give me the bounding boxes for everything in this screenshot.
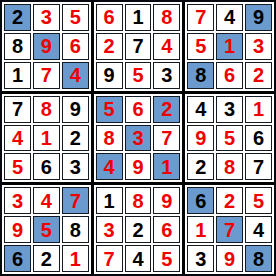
cell-r6c3[interactable]: 3 <box>62 153 89 180</box>
cell-r9c6[interactable]: 5 <box>153 245 180 272</box>
cell-r1c9[interactable]: 9 <box>245 4 272 31</box>
cell-r8c9[interactable]: 4 <box>245 216 272 243</box>
cell-r2c5[interactable]: 7 <box>125 33 152 60</box>
cell-r6c9[interactable]: 7 <box>245 153 272 180</box>
box-2-3: 431956287 <box>185 94 274 183</box>
cell-r9c8[interactable]: 9 <box>216 245 243 272</box>
cell-r5c8[interactable]: 5 <box>216 125 243 152</box>
cell-r5c5[interactable]: 3 <box>125 125 152 152</box>
cell-r2c2[interactable]: 9 <box>33 33 60 60</box>
cell-r8c7[interactable]: 1 <box>187 216 214 243</box>
cell-r8c1[interactable]: 9 <box>4 216 31 243</box>
cell-r4c5[interactable]: 6 <box>125 96 152 123</box>
cell-r4c7[interactable]: 4 <box>187 96 214 123</box>
cell-r3c2[interactable]: 7 <box>33 62 60 89</box>
cell-r5c6[interactable]: 7 <box>153 125 180 152</box>
cell-r3c9[interactable]: 2 <box>245 62 272 89</box>
box-3-2: 189326745 <box>94 185 183 274</box>
cell-r9c9[interactable]: 8 <box>245 245 272 272</box>
cell-r9c3[interactable]: 1 <box>62 245 89 272</box>
cell-r9c5[interactable]: 4 <box>125 245 152 272</box>
cell-r9c1[interactable]: 6 <box>4 245 31 272</box>
cell-r8c2[interactable]: 5 <box>33 216 60 243</box>
cell-r8c3[interactable]: 8 <box>62 216 89 243</box>
box-1-3: 749513862 <box>185 2 274 91</box>
cell-r9c4[interactable]: 7 <box>96 245 123 272</box>
cell-r1c1[interactable]: 2 <box>4 4 31 31</box>
cell-r7c4[interactable]: 1 <box>96 187 123 214</box>
cell-r5c3[interactable]: 2 <box>62 125 89 152</box>
box-1-2: 618274953 <box>94 2 183 91</box>
box-3-3: 625174398 <box>185 185 274 274</box>
cell-r2c8[interactable]: 1 <box>216 33 243 60</box>
cell-r6c4[interactable]: 4 <box>96 153 123 180</box>
cell-r4c3[interactable]: 9 <box>62 96 89 123</box>
cell-r4c6[interactable]: 2 <box>153 96 180 123</box>
box-1-1: 235896174 <box>2 2 91 91</box>
cell-r3c6[interactable]: 3 <box>153 62 180 89</box>
cell-r3c5[interactable]: 5 <box>125 62 152 89</box>
cell-r3c8[interactable]: 6 <box>216 62 243 89</box>
cell-r8c6[interactable]: 6 <box>153 216 180 243</box>
cell-r6c5[interactable]: 9 <box>125 153 152 180</box>
cell-r8c4[interactable]: 3 <box>96 216 123 243</box>
cell-r9c7[interactable]: 3 <box>187 245 214 272</box>
cell-r2c1[interactable]: 8 <box>4 33 31 60</box>
cell-r1c6[interactable]: 8 <box>153 4 180 31</box>
sudoku-board: 2358961746182749537495138627894125635628… <box>0 0 276 276</box>
cell-r1c3[interactable]: 5 <box>62 4 89 31</box>
cell-r7c9[interactable]: 5 <box>245 187 272 214</box>
cell-r7c7[interactable]: 6 <box>187 187 214 214</box>
cell-r8c5[interactable]: 2 <box>125 216 152 243</box>
cell-r3c4[interactable]: 9 <box>96 62 123 89</box>
cell-r1c8[interactable]: 4 <box>216 4 243 31</box>
cell-r2c9[interactable]: 3 <box>245 33 272 60</box>
cell-r1c4[interactable]: 6 <box>96 4 123 31</box>
cell-r7c2[interactable]: 4 <box>33 187 60 214</box>
cell-r6c8[interactable]: 8 <box>216 153 243 180</box>
cell-r4c9[interactable]: 1 <box>245 96 272 123</box>
cell-r5c1[interactable]: 4 <box>4 125 31 152</box>
box-2-1: 789412563 <box>2 94 91 183</box>
cell-r9c2[interactable]: 2 <box>33 245 60 272</box>
cell-r5c2[interactable]: 1 <box>33 125 60 152</box>
box-2-2: 562837491 <box>94 94 183 183</box>
cell-r5c4[interactable]: 8 <box>96 125 123 152</box>
cell-r6c6[interactable]: 1 <box>153 153 180 180</box>
cell-r4c2[interactable]: 8 <box>33 96 60 123</box>
cell-r1c7[interactable]: 7 <box>187 4 214 31</box>
cell-r3c1[interactable]: 1 <box>4 62 31 89</box>
cell-r6c1[interactable]: 5 <box>4 153 31 180</box>
cell-r4c1[interactable]: 7 <box>4 96 31 123</box>
cell-r3c3[interactable]: 4 <box>62 62 89 89</box>
cell-r7c3[interactable]: 7 <box>62 187 89 214</box>
box-3-1: 347958621 <box>2 185 91 274</box>
cell-r3c7[interactable]: 8 <box>187 62 214 89</box>
cell-r7c8[interactable]: 2 <box>216 187 243 214</box>
cell-r6c7[interactable]: 2 <box>187 153 214 180</box>
cell-r5c7[interactable]: 9 <box>187 125 214 152</box>
cell-r1c2[interactable]: 3 <box>33 4 60 31</box>
cell-r2c7[interactable]: 5 <box>187 33 214 60</box>
cell-r6c2[interactable]: 6 <box>33 153 60 180</box>
cell-r2c6[interactable]: 4 <box>153 33 180 60</box>
cell-r7c6[interactable]: 9 <box>153 187 180 214</box>
cell-r4c8[interactable]: 3 <box>216 96 243 123</box>
cell-r7c5[interactable]: 8 <box>125 187 152 214</box>
cell-r2c3[interactable]: 6 <box>62 33 89 60</box>
cell-r8c8[interactable]: 7 <box>216 216 243 243</box>
cell-r7c1[interactable]: 3 <box>4 187 31 214</box>
cell-r2c4[interactable]: 2 <box>96 33 123 60</box>
cell-r4c4[interactable]: 5 <box>96 96 123 123</box>
cell-r1c5[interactable]: 1 <box>125 4 152 31</box>
cell-r5c9[interactable]: 6 <box>245 125 272 152</box>
